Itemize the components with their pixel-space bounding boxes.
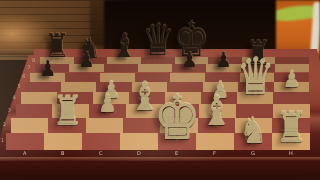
file-label-G: G [251,151,255,156]
piece-white-pawn-c3[interactable]: ♟ [97,92,118,116]
square-d7[interactable] [138,64,172,72]
chess-app-scene: ABCDEFGH87654321 ♜♞♝♛♚♟♟♟♜♟♟♟♟♛♟♝♜♝♚♞♜ [0,0,320,180]
rank-label-3: 3 [8,108,11,113]
floor-board-edge [0,49,34,55]
file-label-D: D [137,151,141,156]
square-c1[interactable] [82,133,120,150]
rank-label-1: 1 [1,138,4,143]
square-a2[interactable] [11,118,48,133]
piece-white-rook-h1[interactable]: ♜ [273,107,309,149]
piece-black-pawn-b7[interactable]: ♟ [78,50,96,71]
rank-label-8: 8 [32,58,35,63]
piece-black-pawn-a6[interactable]: ♟ [38,58,57,80]
square-h8[interactable] [275,57,309,64]
rank-label-4: 4 [13,95,16,100]
square-a3[interactable] [16,104,53,117]
piece-white-pawn-h5[interactable]: ♟ [282,68,301,91]
piece-white-king-e1[interactable]: ♚ [151,87,204,149]
piece-black-pawn-e7[interactable]: ♟ [180,50,198,71]
square-a1[interactable] [6,133,44,150]
file-label-H: H [289,151,293,156]
piece-white-bishop-f2[interactable]: ♝ [199,91,234,132]
piece-white-knight-g1[interactable]: ♞ [238,113,269,149]
rank-label-6: 6 [22,74,25,79]
square-b6[interactable] [65,73,100,82]
rank-label-2: 2 [3,122,6,127]
rank-label-5: 5 [17,84,20,89]
rank-label-7: 7 [27,65,30,70]
square-c7[interactable] [104,64,138,72]
file-label-F: F [213,151,216,156]
board-front-rim [0,157,320,161]
file-label-C: C [99,151,103,156]
piece-white-rook-b2[interactable]: ♜ [50,91,85,132]
piece-black-bishop-c8[interactable]: ♝ [110,30,138,63]
square-b1[interactable] [44,133,82,150]
square-c2[interactable] [86,118,123,133]
piece-black-pawn-f7[interactable]: ♟ [215,50,233,71]
file-label-B: B [61,151,64,156]
file-label-A: A [23,151,26,156]
piece-white-queen-g4[interactable]: ♛ [234,52,277,103]
